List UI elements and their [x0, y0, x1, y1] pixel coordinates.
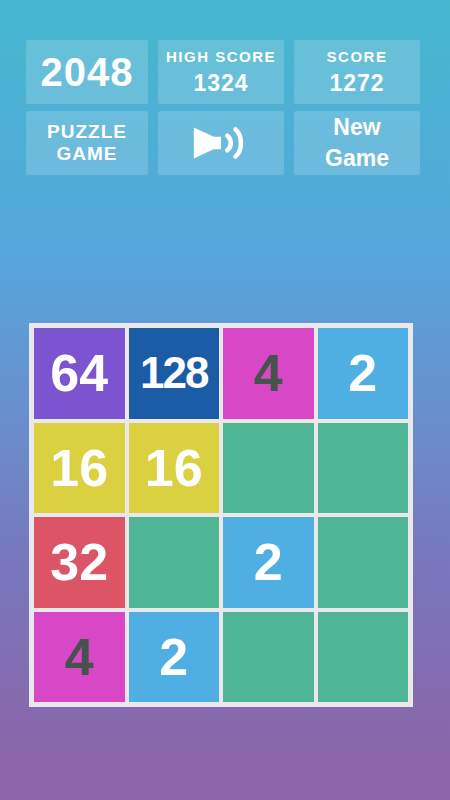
- tile-16-r1c0: 16: [34, 423, 125, 514]
- score-label: SCORE: [327, 48, 388, 65]
- tile-32-r2c0: 32: [34, 517, 125, 608]
- empty-cell-r2c3: [318, 517, 409, 608]
- score-box: SCORE 1272: [294, 40, 420, 104]
- high-score-box: HIGH SCORE 1324: [158, 40, 284, 104]
- tile-2-r3c1: 2: [129, 612, 220, 703]
- empty-cell-r1c2: [223, 423, 314, 514]
- speaker-volume-icon: [192, 122, 250, 164]
- app-title-box: 2048: [26, 40, 148, 104]
- tile-64-r0c0: 64: [34, 328, 125, 419]
- empty-cell-r1c3: [318, 423, 409, 514]
- header: 2048 HIGH SCORE 1324 SCORE 1272 PUZZLE G…: [26, 40, 420, 175]
- empty-cell-r2c1: [129, 517, 220, 608]
- tile-2-r2c2: 2: [223, 517, 314, 608]
- new-game-label-line2: Game: [325, 143, 389, 174]
- tile-4-r3c0: 4: [34, 612, 125, 703]
- new-game-label-line1: New: [333, 112, 380, 143]
- empty-cell-r3c2: [223, 612, 314, 703]
- puzzle-game-box: PUZZLE GAME: [26, 111, 148, 175]
- app-title: 2048: [41, 50, 134, 95]
- sound-button[interactable]: [158, 111, 284, 175]
- score-value: 1272: [329, 70, 384, 97]
- high-score-label: HIGH SCORE: [166, 48, 276, 65]
- tile-2-r0c3: 2: [318, 328, 409, 419]
- game-board[interactable]: 6412842161632242: [29, 323, 413, 707]
- puzzle-game-label: PUZZLE GAME: [26, 121, 148, 165]
- empty-cell-r3c3: [318, 612, 409, 703]
- tile-16-r1c1: 16: [129, 423, 220, 514]
- tile-4-r0c2: 4: [223, 328, 314, 419]
- app-screen: 2048 HIGH SCORE 1324 SCORE 1272 PUZZLE G…: [0, 0, 450, 800]
- high-score-value: 1324: [193, 70, 248, 97]
- new-game-button[interactable]: New Game: [294, 111, 420, 175]
- tile-128-r0c1: 128: [129, 328, 220, 419]
